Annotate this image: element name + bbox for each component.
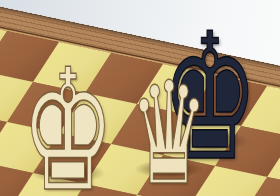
chess-photo-scene: ♚♚♛	[0, 0, 280, 196]
white-king-piece[interactable]: ♚	[21, 47, 114, 196]
white-queen-piece[interactable]: ♛	[130, 63, 209, 196]
